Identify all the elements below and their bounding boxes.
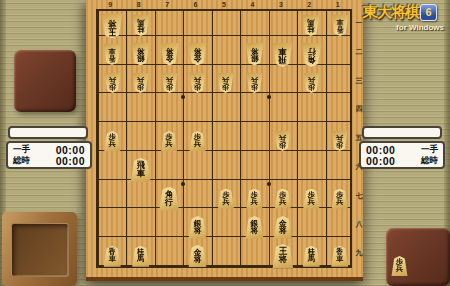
gote-total-time-value: 00:00 — [56, 155, 85, 167]
piece-9b[interactable]: 香車 — [103, 44, 121, 65]
gote-komadai[interactable] — [14, 50, 76, 112]
file-label-5: 5 — [210, 1, 238, 9]
piece-1i[interactable]: 香車 — [331, 246, 349, 267]
piece-7e[interactable]: 歩兵 — [161, 131, 178, 151]
piece-1g[interactable]: 歩兵 — [331, 189, 348, 209]
rank-label-2: 二 — [354, 38, 364, 67]
gote-total-time-label: 総時 — [13, 155, 30, 167]
piece-8a[interactable]: 桂馬 — [132, 15, 150, 36]
piece-5g[interactable]: 歩兵 — [217, 189, 234, 209]
logo-subtitle: for Windows — [352, 23, 448, 32]
piece-2g[interactable]: 歩兵 — [303, 189, 320, 209]
piece-8c[interactable]: 歩兵 — [132, 73, 149, 93]
piece-3b[interactable]: 飛車 — [272, 43, 293, 67]
file-label-3: 3 — [267, 1, 295, 9]
piece-3g[interactable]: 歩兵 — [274, 189, 291, 209]
piece-8b[interactable]: 銀将 — [131, 43, 150, 66]
piece-6c[interactable]: 歩兵 — [189, 73, 206, 93]
sente-total-time-label: 総時 — [421, 155, 438, 167]
piece-9c[interactable]: 歩兵 — [104, 73, 121, 93]
piece-6b[interactable]: 金将 — [188, 43, 207, 66]
file-label-4: 4 — [238, 1, 266, 9]
piece-7b[interactable]: 金将 — [160, 43, 179, 66]
file-label-6: 6 — [181, 1, 209, 9]
gote-clock: 一手 00:00 総時 00:00 — [6, 141, 92, 169]
piece-5c[interactable]: 歩兵 — [217, 73, 234, 93]
piece-7c[interactable]: 歩兵 — [161, 73, 178, 93]
piece-1e[interactable]: 歩兵 — [331, 131, 348, 151]
piece-4h[interactable]: 銀将 — [245, 216, 264, 239]
todai-shogi-app: { "app": { "logo_title": "東大将棋", "logo_v… — [0, 0, 450, 286]
piece-9e[interactable]: 歩兵 — [104, 131, 121, 151]
shogi-board: 987654321 一二三四五六七八九 玉将桂馬桂馬香車香車銀将金将金将銀将飛車… — [86, 0, 363, 281]
file-label-1: 1 — [324, 1, 352, 9]
logo-version-badge: 6 — [420, 4, 437, 21]
sente-total-time-value: 00:00 — [366, 155, 395, 167]
piece-1a[interactable]: 香車 — [331, 15, 349, 36]
piece-3e[interactable]: 歩兵 — [274, 131, 291, 151]
piece-2i[interactable]: 桂馬 — [302, 246, 320, 267]
logo-title: 東大将棋 — [363, 3, 419, 22]
piece-8f[interactable]: 飛車 — [130, 158, 151, 182]
rank-label-8: 八 — [354, 210, 364, 239]
piece-8i[interactable]: 桂馬 — [132, 246, 150, 267]
rank-label-4: 四 — [354, 95, 364, 124]
piece-6i[interactable]: 金将 — [188, 245, 207, 268]
piece-6h[interactable]: 銀将 — [188, 216, 207, 239]
app-logo: 東大将棋 6 for Windows — [352, 3, 448, 32]
rank-label-7: 七 — [354, 182, 364, 211]
piece-2b[interactable]: 角行 — [301, 43, 322, 67]
gote-name-field — [8, 126, 88, 139]
piece-box — [2, 212, 77, 286]
piece-box-interior — [11, 223, 69, 277]
piece-4c[interactable]: 歩兵 — [246, 73, 263, 93]
file-label-7: 7 — [153, 1, 181, 9]
sente-komadai[interactable]: 歩兵 — [386, 228, 450, 286]
piece-3h[interactable]: 金将 — [273, 216, 292, 239]
board-grid[interactable]: 玉将桂馬桂馬香車香車銀将金将金将銀将飛車角行歩兵歩兵歩兵歩兵歩兵歩兵歩兵歩兵歩兵… — [96, 9, 352, 268]
file-label-2: 2 — [295, 1, 323, 9]
piece-6e[interactable]: 歩兵 — [189, 131, 206, 151]
piece-2a[interactable]: 桂馬 — [302, 15, 320, 36]
piece-2c[interactable]: 歩兵 — [303, 73, 320, 93]
piece-9i[interactable]: 香車 — [103, 246, 121, 267]
hoshi-dot — [267, 95, 271, 99]
rank-label-9: 九 — [354, 239, 364, 268]
hand-piece-歩兵[interactable]: 歩兵 — [391, 256, 408, 276]
piece-9a[interactable]: 玉将 — [101, 14, 123, 39]
hoshi-dot — [181, 182, 185, 186]
file-label-8: 8 — [124, 1, 152, 9]
sente-name-field — [362, 126, 442, 139]
file-label-9: 9 — [96, 1, 124, 9]
piece-4g[interactable]: 歩兵 — [246, 189, 263, 209]
sente-clock: 00:00 一手 00:00 総時 — [359, 141, 445, 169]
hoshi-dot — [181, 95, 185, 99]
piece-3i[interactable]: 王将 — [272, 244, 294, 269]
hoshi-dot — [267, 182, 271, 186]
piece-7g[interactable]: 角行 — [159, 187, 180, 211]
piece-4b[interactable]: 銀将 — [245, 43, 264, 66]
rank-label-3: 三 — [354, 67, 364, 96]
